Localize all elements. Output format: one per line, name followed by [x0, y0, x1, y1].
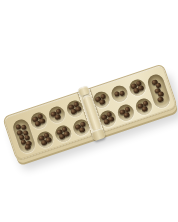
stone [39, 118, 46, 124]
stone [108, 116, 115, 122]
pit-top-1[interactable] [29, 110, 49, 130]
stone [157, 96, 164, 102]
pit-top-5[interactable] [109, 83, 129, 103]
pit-bottom-6[interactable] [134, 96, 154, 116]
stone [79, 126, 86, 132]
mancala-board [2, 63, 178, 162]
stone [45, 137, 52, 143]
pit-bottom-2[interactable] [53, 123, 73, 143]
stone [99, 98, 106, 104]
stone [141, 105, 148, 111]
stone [63, 131, 70, 137]
stone [119, 90, 126, 96]
product-photo-background [0, 0, 178, 222]
pit-bottom-1[interactable] [35, 129, 55, 149]
stone [75, 106, 82, 112]
stone [138, 85, 145, 91]
stone [24, 143, 31, 149]
hinge-knuckle-bottom-icon [91, 128, 106, 141]
pit-bottom-5[interactable] [116, 102, 136, 122]
pit-top-2[interactable] [47, 104, 67, 124]
stone [54, 113, 61, 119]
pit-top-6[interactable] [127, 77, 147, 97]
stone [123, 111, 130, 117]
